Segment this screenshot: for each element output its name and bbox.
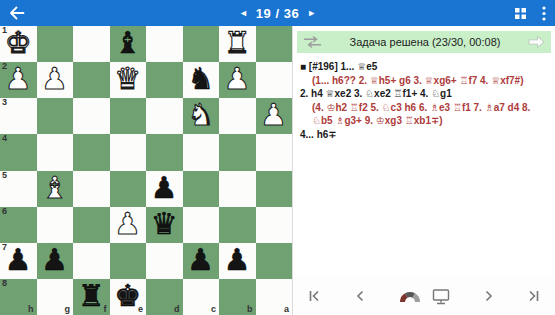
- square-c1[interactable]: [183, 26, 220, 62]
- square-g2[interactable]: ♟: [37, 62, 74, 98]
- square-e2[interactable]: ♛: [110, 62, 147, 98]
- square-e5[interactable]: [110, 171, 147, 207]
- grid-view-button[interactable]: [514, 7, 527, 20]
- square-e3[interactable]: [110, 98, 147, 134]
- mainline-move-4[interactable]: 4... h6∓: [300, 128, 552, 142]
- square-a3[interactable]: ♟: [256, 98, 293, 134]
- piece-white-pawn-g2[interactable]: ♟: [41, 64, 68, 94]
- square-g8[interactable]: g: [37, 279, 74, 315]
- square-h7[interactable]: 7♟: [0, 243, 37, 279]
- square-f6[interactable]: [73, 207, 110, 243]
- square-c2[interactable]: ♞: [183, 62, 220, 98]
- piece-white-king-h1[interactable]: ♚: [5, 28, 32, 58]
- square-e4[interactable]: [110, 134, 147, 170]
- piece-black-pawn-g7[interactable]: ♟: [41, 245, 68, 275]
- move-list: ■ [#196] 1... ♕e5(1... h6?? 2. ♕h5+ g6 3…: [293, 53, 555, 141]
- square-d6[interactable]: ♛: [146, 207, 183, 243]
- piece-black-king-e8[interactable]: ♚: [114, 281, 141, 311]
- square-h5[interactable]: 5: [0, 171, 37, 207]
- square-a5[interactable]: [256, 171, 293, 207]
- swap-arrows-icon[interactable]: [302, 35, 323, 49]
- square-d5[interactable]: ♟: [146, 171, 183, 207]
- square-d7[interactable]: [146, 243, 183, 279]
- square-f1[interactable]: [73, 26, 110, 62]
- square-c5[interactable]: [183, 171, 220, 207]
- square-c3[interactable]: ♞: [183, 98, 220, 134]
- file-label-b: b: [247, 305, 253, 315]
- rank-label-8: 8: [2, 279, 7, 289]
- piece-black-pawn-d5[interactable]: ♟: [151, 173, 178, 203]
- square-h1[interactable]: 1♚: [0, 26, 37, 62]
- square-h2[interactable]: 2♟: [0, 62, 37, 98]
- square-a2[interactable]: [256, 62, 293, 98]
- file-label-g: g: [65, 305, 71, 315]
- square-c8[interactable]: c: [183, 279, 220, 315]
- piece-white-pawn-a3[interactable]: ♟: [260, 100, 287, 130]
- nav-first-button[interactable]: [306, 288, 322, 304]
- mainline-move-2[interactable]: 2. h4 ♕xe2 3. ♘xe2 ♖f1+ 4. ♘g1: [300, 87, 552, 101]
- rank-label-5: 5: [2, 171, 7, 181]
- next-puzzle-button[interactable]: ►: [307, 9, 316, 18]
- square-g3[interactable]: [37, 98, 74, 134]
- puzzle-counter: 19 / 36: [256, 6, 299, 21]
- game-nav-bar: [293, 277, 555, 315]
- square-d1[interactable]: [146, 26, 183, 62]
- prev-puzzle-button[interactable]: ◄: [239, 9, 248, 18]
- square-a6[interactable]: [256, 207, 293, 243]
- piece-black-pawn-h7[interactable]: ♟: [5, 245, 32, 275]
- square-a1[interactable]: [256, 26, 293, 62]
- top-app-bar: ◄ 19 / 36 ►: [0, 0, 555, 26]
- piece-white-rook-b1[interactable]: ♜: [224, 28, 251, 58]
- square-d4[interactable]: [146, 134, 183, 170]
- chess-board: 1♚♝♜2♟♟♛♞♟3♞♟45♝♟6♟♛7♟♟♟♟8hgf♜e♚dcba: [0, 26, 292, 315]
- square-b5[interactable]: [219, 171, 256, 207]
- notation-panel: Задача решена (23/30, 00:08) ■ [#196] 1.…: [292, 26, 555, 315]
- square-c7[interactable]: ♟: [183, 243, 220, 279]
- square-f5[interactable]: [73, 171, 110, 207]
- mainline-move-0[interactable]: ■ [#196] 1... ♕e5: [300, 60, 552, 74]
- next-task-arrow-icon[interactable]: [527, 35, 546, 49]
- evaluation-gauge-icon[interactable]: [397, 289, 423, 303]
- square-d8[interactable]: d: [146, 279, 183, 315]
- file-label-d: d: [174, 305, 180, 315]
- piece-black-rook-f8[interactable]: ♜: [78, 281, 105, 311]
- square-d2[interactable]: [146, 62, 183, 98]
- square-g5[interactable]: ♝: [37, 171, 74, 207]
- piece-black-pawn-b7[interactable]: ♟: [224, 245, 251, 275]
- square-h8[interactable]: 8h: [0, 279, 37, 315]
- piece-white-knight-c3[interactable]: ♞: [187, 100, 214, 130]
- square-g6[interactable]: [37, 207, 74, 243]
- square-b3[interactable]: [219, 98, 256, 134]
- square-c6[interactable]: [183, 207, 220, 243]
- square-f4[interactable]: [73, 134, 110, 170]
- square-b6[interactable]: [219, 207, 256, 243]
- nav-previous-button[interactable]: [352, 288, 368, 304]
- square-a7[interactable]: [256, 243, 293, 279]
- square-d3[interactable]: [146, 98, 183, 134]
- square-g7[interactable]: ♟: [37, 243, 74, 279]
- square-f3[interactable]: [73, 98, 110, 134]
- square-e1[interactable]: ♝: [110, 26, 147, 62]
- square-b4[interactable]: [219, 134, 256, 170]
- piece-black-pawn-c7[interactable]: ♟: [187, 245, 214, 275]
- overflow-menu-button[interactable]: [542, 6, 546, 21]
- square-e7[interactable]: [110, 243, 147, 279]
- square-b8[interactable]: b: [219, 279, 256, 315]
- square-b1[interactable]: ♜: [219, 26, 256, 62]
- solved-status-text: Задача решена (23/30, 00:08): [323, 36, 527, 48]
- piece-white-bishop-g5[interactable]: ♝: [41, 173, 68, 203]
- square-f8[interactable]: f♜: [73, 279, 110, 315]
- file-label-h: h: [28, 305, 34, 315]
- nav-last-button[interactable]: [526, 288, 542, 304]
- arrow-left-icon: [9, 5, 25, 21]
- back-button[interactable]: [9, 5, 25, 21]
- piece-white-pawn-h2[interactable]: ♟: [5, 64, 32, 94]
- square-a8[interactable]: a: [256, 279, 293, 315]
- square-b7[interactable]: ♟: [219, 243, 256, 279]
- square-h6[interactable]: 6: [0, 207, 37, 243]
- square-f2[interactable]: [73, 62, 110, 98]
- square-h3[interactable]: 3: [0, 98, 37, 134]
- rank-label-6: 6: [2, 207, 7, 217]
- piece-black-bishop-e1[interactable]: ♝: [114, 28, 141, 58]
- nav-next-button[interactable]: [481, 288, 497, 304]
- square-b2[interactable]: ♟: [219, 62, 256, 98]
- square-g1[interactable]: [37, 26, 74, 62]
- piece-white-pawn-e6[interactable]: ♟: [114, 209, 141, 239]
- rank-label-4: 4: [2, 134, 7, 144]
- square-g4[interactable]: [37, 134, 74, 170]
- solved-banner: Задача решена (23/30, 00:08): [297, 31, 551, 53]
- square-c4[interactable]: [183, 134, 220, 170]
- square-e6[interactable]: ♟: [110, 207, 147, 243]
- rank-label-3: 3: [2, 98, 7, 108]
- file-label-c: c: [211, 305, 216, 315]
- piece-white-pawn-b2[interactable]: ♟: [224, 64, 251, 94]
- piece-black-knight-c2[interactable]: ♞: [187, 64, 214, 94]
- variation-line-1[interactable]: (1... h6?? 2. ♕h5+ g6 3. ♕xg6+ ♖f7 4. ♕x…: [300, 74, 552, 88]
- square-a4[interactable]: [256, 134, 293, 170]
- square-f7[interactable]: [73, 243, 110, 279]
- piece-black-queen-d6[interactable]: ♛: [151, 209, 178, 239]
- square-e8[interactable]: e♚: [110, 279, 147, 315]
- engine-monitor-icon[interactable]: [431, 288, 451, 305]
- square-h4[interactable]: 4: [0, 134, 37, 170]
- piece-white-queen-e2[interactable]: ♛: [114, 64, 141, 94]
- variation-line-3[interactable]: (4. ♔h2 ♖f2 5. ♘c3 h6 6. ♗e3 ♖f1 7. ♗a7 …: [300, 101, 552, 128]
- file-label-a: a: [284, 305, 289, 315]
